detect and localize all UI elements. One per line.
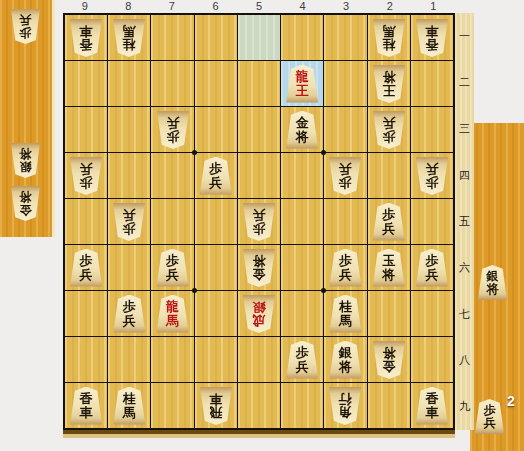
square-88[interactable]	[108, 337, 150, 382]
rank-label-1: 一	[455, 13, 474, 59]
square-55[interactable]: 歩兵	[238, 199, 280, 244]
sente-horse[interactable]: 龍馬	[156, 295, 190, 333]
piece-kanji: 桂馬	[382, 24, 396, 51]
square-59[interactable]	[238, 383, 280, 428]
sente-lance[interactable]: 香車	[69, 387, 103, 425]
square-37[interactable]: 桂馬	[324, 291, 366, 336]
square-14[interactable]: 歩兵	[411, 153, 453, 198]
square-33[interactable]	[324, 107, 366, 152]
sente-pawn[interactable]: 歩兵	[156, 249, 190, 287]
square-56[interactable]: 金将	[238, 245, 280, 290]
square-15[interactable]	[411, 199, 453, 244]
square-23[interactable]: 歩兵	[368, 107, 410, 152]
square-95[interactable]	[65, 199, 107, 244]
square-74[interactable]	[151, 153, 193, 198]
piece-kanji: 歩兵	[79, 162, 93, 189]
sente-pawn-count: 2	[507, 393, 515, 409]
piece-kanji: 香車	[425, 392, 439, 419]
piece-kanji: 歩兵	[166, 116, 180, 143]
sente-knight[interactable]: 桂馬	[112, 387, 146, 425]
square-41[interactable]	[281, 15, 323, 60]
board-edge-highlight	[63, 434, 455, 438]
square-99[interactable]: 香車	[65, 383, 107, 428]
file-label-5: 5	[237, 0, 281, 13]
rank-label-8: 八	[455, 337, 474, 383]
file-label-8: 8	[107, 0, 151, 13]
square-89[interactable]: 桂馬	[108, 383, 150, 428]
square-34[interactable]: 歩兵	[324, 153, 366, 198]
piece-kanji: 桂馬	[122, 392, 136, 419]
square-19[interactable]: 香車	[411, 383, 453, 428]
rank-label-7: 七	[455, 291, 474, 337]
square-13[interactable]	[411, 107, 453, 152]
gote-pawn[interactable]: 歩兵	[69, 157, 103, 195]
square-66[interactable]	[195, 245, 237, 290]
file-label-2: 2	[368, 0, 412, 13]
square-49[interactable]	[281, 383, 323, 428]
piece-kanji: 王将	[382, 70, 396, 97]
piece-kanji: 桂馬	[122, 24, 136, 51]
square-82[interactable]	[108, 61, 150, 106]
square-36[interactable]: 歩兵	[324, 245, 366, 290]
file-label-1: 1	[412, 0, 456, 13]
gote-pawn[interactable]: 歩兵	[328, 157, 362, 195]
square-78[interactable]	[151, 337, 193, 382]
sente-pawn[interactable]: 歩兵	[328, 249, 362, 287]
piece-kanji: 金将	[295, 116, 309, 143]
square-61[interactable]	[195, 15, 237, 60]
square-86[interactable]	[108, 245, 150, 290]
file-label-3: 3	[324, 0, 368, 13]
piece-kanji: 銀将	[486, 270, 499, 295]
square-21[interactable]: 桂馬	[368, 15, 410, 60]
square-45[interactable]	[281, 199, 323, 244]
sente-hand-tray: 銀将歩兵2	[470, 123, 524, 451]
gote-gold[interactable]: 金将	[372, 341, 406, 379]
square-76[interactable]: 歩兵	[151, 245, 193, 290]
sente-knight[interactable]: 桂馬	[328, 295, 362, 333]
sente-pawn[interactable]: 歩兵	[112, 295, 146, 333]
rank-label-4: 四	[455, 152, 474, 198]
square-57[interactable]: 成銀	[238, 291, 280, 336]
piece-kanji: 金将	[19, 191, 32, 216]
sente-silver[interactable]: 銀将	[328, 341, 362, 379]
gote-hand-gold[interactable]: 金将	[10, 186, 41, 221]
square-48[interactable]: 歩兵	[281, 337, 323, 382]
shogi-board: 香車桂馬桂馬香車龍王王将歩兵金将歩兵歩兵歩兵歩兵歩兵歩兵歩兵歩兵歩兵歩兵金将歩兵…	[63, 13, 455, 430]
sente-pawn[interactable]: 歩兵	[69, 249, 103, 287]
square-24[interactable]	[368, 153, 410, 198]
piece-kanji: 飛車	[209, 392, 223, 419]
piece-kanji: 銀将	[338, 346, 352, 373]
sente-hand-silver[interactable]: 銀将	[477, 265, 508, 300]
sente-dragon[interactable]: 龍王	[285, 65, 319, 103]
shogi-app: 歩兵銀将金将 銀将歩兵2 987654321 香車桂馬桂馬香車龍王王将歩兵金将歩…	[0, 0, 524, 451]
square-69[interactable]: 飛車	[195, 383, 237, 428]
square-84[interactable]	[108, 153, 150, 198]
square-83[interactable]	[108, 107, 150, 152]
square-32[interactable]	[324, 61, 366, 106]
square-46[interactable]	[281, 245, 323, 290]
piece-kanji: 銀将	[19, 148, 32, 173]
square-92[interactable]	[65, 61, 107, 106]
square-79[interactable]	[151, 383, 193, 428]
sente-pawn[interactable]: 歩兵	[372, 203, 406, 241]
square-77[interactable]: 龍馬	[151, 291, 193, 336]
gote-pawn[interactable]: 歩兵	[112, 203, 146, 241]
square-53[interactable]	[238, 107, 280, 152]
piece-kanji: 歩兵	[122, 300, 136, 327]
gote-bishop[interactable]: 角行	[328, 387, 362, 425]
file-label-4: 4	[281, 0, 325, 13]
square-65[interactable]	[195, 199, 237, 244]
square-71[interactable]	[151, 15, 193, 60]
piece-kanji: 歩兵	[338, 254, 352, 281]
square-68[interactable]	[195, 337, 237, 382]
square-62[interactable]	[195, 61, 237, 106]
rank-labels: 一二三四五六七八九	[455, 13, 474, 430]
rank-label-3: 三	[455, 106, 474, 152]
rank-label-2: 二	[455, 59, 474, 105]
square-27[interactable]	[368, 291, 410, 336]
file-labels: 987654321	[63, 0, 455, 13]
square-63[interactable]	[195, 107, 237, 152]
gote-rook[interactable]: 飛車	[199, 387, 233, 425]
square-97[interactable]	[65, 291, 107, 336]
square-75[interactable]	[151, 199, 193, 244]
square-31[interactable]	[324, 15, 366, 60]
piece-kanji: 歩兵	[252, 208, 266, 235]
file-label-6: 6	[194, 0, 238, 13]
piece-kanji: 歩兵	[79, 254, 93, 281]
square-16[interactable]: 歩兵	[411, 245, 453, 290]
sente-hand-pawn[interactable]: 歩兵	[474, 399, 505, 434]
sente-pawn[interactable]: 歩兵	[199, 157, 233, 195]
piece-kanji: 歩兵	[166, 254, 180, 281]
gote-pawn[interactable]: 歩兵	[415, 157, 449, 195]
gote-gold[interactable]: 金将	[242, 249, 276, 287]
piece-kanji: 香車	[79, 392, 93, 419]
square-91[interactable]: 香車	[65, 15, 107, 60]
square-18[interactable]	[411, 337, 453, 382]
square-39[interactable]: 角行	[324, 383, 366, 428]
piece-kanji: 成銀	[252, 300, 266, 327]
piece-kanji: 歩兵	[209, 162, 223, 189]
sente-lance[interactable]: 香車	[415, 387, 449, 425]
piece-kanji: 歩兵	[295, 346, 309, 373]
piece-kanji: 歩兵	[122, 208, 136, 235]
square-43[interactable]: 金将	[281, 107, 323, 152]
gote-knight[interactable]: 桂馬	[112, 19, 146, 57]
board-grid: 香車桂馬桂馬香車龍王王将歩兵金将歩兵歩兵歩兵歩兵歩兵歩兵歩兵歩兵歩兵歩兵金将歩兵…	[65, 15, 453, 428]
gote-hand-pawn[interactable]: 歩兵	[10, 9, 41, 44]
square-94[interactable]: 歩兵	[65, 153, 107, 198]
hoshi-dot-1	[192, 150, 197, 155]
square-73[interactable]: 歩兵	[151, 107, 193, 152]
piece-kanji: 玉将	[382, 254, 396, 281]
square-98[interactable]	[65, 337, 107, 382]
square-52[interactable]	[238, 61, 280, 106]
hoshi-dot-2	[321, 150, 326, 155]
gote-pawn[interactable]: 歩兵	[156, 111, 190, 149]
gote-king[interactable]: 王将	[372, 65, 406, 103]
square-11[interactable]: 香車	[411, 15, 453, 60]
gote-hand-tray: 歩兵銀将金将	[0, 0, 55, 237]
piece-kanji: 歩兵	[382, 208, 396, 235]
gote-pawn[interactable]: 歩兵	[242, 203, 276, 241]
gote-hand-silver[interactable]: 銀将	[10, 143, 41, 178]
square-72[interactable]	[151, 61, 193, 106]
square-35[interactable]	[324, 199, 366, 244]
sente-king[interactable]: 玉将	[372, 249, 406, 287]
piece-kanji: 歩兵	[382, 116, 396, 143]
square-67[interactable]	[195, 291, 237, 336]
square-85[interactable]: 歩兵	[108, 199, 150, 244]
square-47[interactable]	[281, 291, 323, 336]
piece-kanji: 金将	[382, 346, 396, 373]
square-93[interactable]	[65, 107, 107, 152]
square-81[interactable]: 桂馬	[108, 15, 150, 60]
piece-kanji: 歩兵	[19, 14, 32, 39]
piece-kanji: 龍王	[295, 70, 309, 97]
sente-pawn[interactable]: 歩兵	[415, 249, 449, 287]
piece-kanji: 桂馬	[338, 300, 352, 327]
piece-kanji: 歩兵	[425, 162, 439, 189]
square-58[interactable]	[238, 337, 280, 382]
piece-kanji: 歩兵	[483, 404, 496, 429]
piece-kanji: 香車	[425, 24, 439, 51]
square-12[interactable]	[411, 61, 453, 106]
square-96[interactable]: 歩兵	[65, 245, 107, 290]
gote-lance[interactable]: 香車	[415, 19, 449, 57]
gote-lance[interactable]: 香車	[69, 19, 103, 57]
square-17[interactable]	[411, 291, 453, 336]
square-22[interactable]: 王将	[368, 61, 410, 106]
hoshi-dot-4	[321, 288, 326, 293]
gote-pawn[interactable]: 歩兵	[372, 111, 406, 149]
gote-knight[interactable]: 桂馬	[372, 19, 406, 57]
piece-kanji: 龍馬	[166, 300, 180, 327]
file-label-7: 7	[150, 0, 194, 13]
piece-kanji: 金将	[252, 254, 266, 281]
rank-label-6: 六	[455, 245, 474, 291]
square-38[interactable]: 銀将	[324, 337, 366, 382]
square-87[interactable]: 歩兵	[108, 291, 150, 336]
sente-gold[interactable]: 金将	[285, 111, 319, 149]
square-51[interactable]	[238, 15, 280, 60]
gote-promoted-silver[interactable]: 成銀	[242, 295, 276, 333]
square-54[interactable]	[238, 153, 280, 198]
hoshi-dot-3	[192, 288, 197, 293]
sente-pawn[interactable]: 歩兵	[285, 341, 319, 379]
piece-kanji: 角行	[338, 392, 352, 419]
square-64[interactable]: 歩兵	[195, 153, 237, 198]
rank-label-5: 五	[455, 198, 474, 244]
square-42[interactable]: 龍王	[281, 61, 323, 106]
square-26[interactable]: 玉将	[368, 245, 410, 290]
square-28[interactable]: 金将	[368, 337, 410, 382]
file-label-9: 9	[63, 0, 107, 13]
square-29[interactable]	[368, 383, 410, 428]
square-25[interactable]: 歩兵	[368, 199, 410, 244]
piece-kanji: 歩兵	[425, 254, 439, 281]
rank-label-9: 九	[455, 384, 474, 430]
piece-kanji: 香車	[79, 24, 93, 51]
piece-kanji: 歩兵	[338, 162, 352, 189]
square-44[interactable]	[281, 153, 323, 198]
